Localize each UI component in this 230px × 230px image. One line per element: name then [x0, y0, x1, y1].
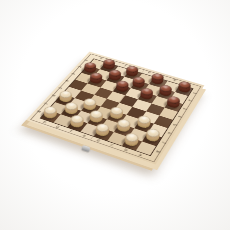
checker-light-f8: [69, 119, 86, 130]
checker-light-h8: [42, 110, 59, 121]
product-photo-scene: hhggffeeddccbbaa1122334455667788: [0, 0, 230, 230]
board-clasp: [82, 145, 91, 152]
checker-brown-g3: [89, 76, 104, 85]
checker-brown-a3: [165, 100, 180, 110]
checker-light-d8: [94, 128, 111, 139]
checkers-board: hhggffeeddccbbaa1122334455667788: [26, 51, 204, 164]
checker-light-b8: [122, 137, 139, 149]
pieces-layer: [26, 51, 204, 164]
checker-brown-e3: [114, 84, 129, 94]
checker-brown-a1: [176, 85, 191, 94]
checker-light-a7: [144, 132, 161, 143]
checker-brown-c3: [139, 92, 154, 102]
